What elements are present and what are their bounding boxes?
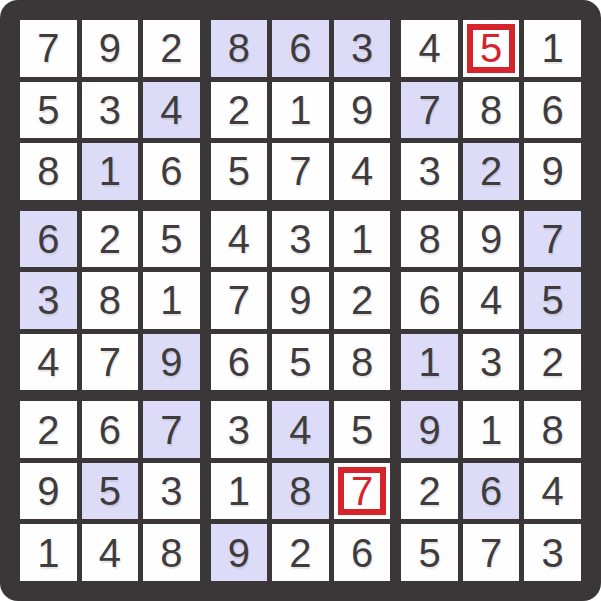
cell-r3c1[interactable]: 8 xyxy=(20,143,77,200)
cell-r6c9[interactable]: 2 xyxy=(524,334,581,391)
sudoku-grid: 7928634515342197868165743296254318973817… xyxy=(20,20,581,581)
cell-r1c8[interactable]: 5 xyxy=(463,20,520,77)
cell-r3c5[interactable]: 7 xyxy=(272,143,329,200)
cell-r6c3[interactable]: 9 xyxy=(143,334,200,391)
cell-r7c8[interactable]: 1 xyxy=(463,401,520,458)
cell-r3c4[interactable]: 5 xyxy=(211,143,268,200)
cell-r2c1[interactable]: 5 xyxy=(20,82,77,139)
cell-r4c1[interactable]: 6 xyxy=(20,211,77,268)
cell-r5c1[interactable]: 3 xyxy=(20,272,77,329)
cell-r1c7[interactable]: 4 xyxy=(401,20,458,77)
cell-r7c3[interactable]: 7 xyxy=(143,401,200,458)
cell-r8c4[interactable]: 1 xyxy=(211,463,268,520)
cell-r9c7[interactable]: 5 xyxy=(401,524,458,581)
cell-r6c6[interactable]: 8 xyxy=(334,334,391,391)
cell-r5c7[interactable]: 6 xyxy=(401,272,458,329)
cell-r8c8[interactable]: 6 xyxy=(463,463,520,520)
cell-r7c2[interactable]: 6 xyxy=(82,401,139,458)
cell-r7c1[interactable]: 2 xyxy=(20,401,77,458)
cell-r9c1[interactable]: 1 xyxy=(20,524,77,581)
cell-r4c5[interactable]: 3 xyxy=(272,211,329,268)
cell-r5c3[interactable]: 1 xyxy=(143,272,200,329)
cell-r7c6[interactable]: 5 xyxy=(334,401,391,458)
cell-r2c2[interactable]: 3 xyxy=(82,82,139,139)
cell-r9c6[interactable]: 6 xyxy=(334,524,391,581)
cell-r8c5[interactable]: 8 xyxy=(272,463,329,520)
cell-r1c5[interactable]: 6 xyxy=(272,20,329,77)
cell-r7c9[interactable]: 8 xyxy=(524,401,581,458)
cell-r4c8[interactable]: 9 xyxy=(463,211,520,268)
cell-r8c7[interactable]: 2 xyxy=(401,463,458,520)
cell-r1c1[interactable]: 7 xyxy=(20,20,77,77)
cell-r5c2[interactable]: 8 xyxy=(82,272,139,329)
cell-r4c3[interactable]: 5 xyxy=(143,211,200,268)
cell-r6c1[interactable]: 4 xyxy=(20,334,77,391)
cell-r1c6[interactable]: 3 xyxy=(334,20,391,77)
cell-r2c9[interactable]: 6 xyxy=(524,82,581,139)
cell-r4c4[interactable]: 4 xyxy=(211,211,268,268)
cell-r8c6[interactable]: 7 xyxy=(334,463,391,520)
cell-r4c9[interactable]: 7 xyxy=(524,211,581,268)
cell-r1c4[interactable]: 8 xyxy=(211,20,268,77)
cell-r2c7[interactable]: 7 xyxy=(401,82,458,139)
cell-r8c3[interactable]: 3 xyxy=(143,463,200,520)
cell-r4c7[interactable]: 8 xyxy=(401,211,458,268)
cell-r6c7[interactable]: 1 xyxy=(401,334,458,391)
cell-r9c3[interactable]: 8 xyxy=(143,524,200,581)
cell-r3c9[interactable]: 9 xyxy=(524,143,581,200)
cell-r5c8[interactable]: 4 xyxy=(463,272,520,329)
cell-r8c9[interactable]: 4 xyxy=(524,463,581,520)
cell-r3c6[interactable]: 4 xyxy=(334,143,391,200)
cell-r3c2[interactable]: 1 xyxy=(82,143,139,200)
cell-r7c4[interactable]: 3 xyxy=(211,401,268,458)
cell-r4c2[interactable]: 2 xyxy=(82,211,139,268)
cell-r8c2[interactable]: 5 xyxy=(82,463,139,520)
cell-r4c6[interactable]: 1 xyxy=(334,211,391,268)
cell-r9c5[interactable]: 2 xyxy=(272,524,329,581)
cell-r1c2[interactable]: 9 xyxy=(82,20,139,77)
cell-r6c4[interactable]: 6 xyxy=(211,334,268,391)
cell-r3c8[interactable]: 2 xyxy=(463,143,520,200)
cell-r9c2[interactable]: 4 xyxy=(82,524,139,581)
sudoku-board-frame: 7928634515342197868165743296254318973817… xyxy=(0,0,601,601)
cell-r2c8[interactable]: 8 xyxy=(463,82,520,139)
cell-r6c2[interactable]: 7 xyxy=(82,334,139,391)
cell-r2c5[interactable]: 1 xyxy=(272,82,329,139)
cell-r5c4[interactable]: 7 xyxy=(211,272,268,329)
cell-r5c6[interactable]: 2 xyxy=(334,272,391,329)
cell-r1c3[interactable]: 2 xyxy=(143,20,200,77)
cell-r7c7[interactable]: 9 xyxy=(401,401,458,458)
cell-r6c5[interactable]: 5 xyxy=(272,334,329,391)
cell-r6c8[interactable]: 3 xyxy=(463,334,520,391)
cell-r9c9[interactable]: 3 xyxy=(524,524,581,581)
cell-r8c1[interactable]: 9 xyxy=(20,463,77,520)
cell-r7c5[interactable]: 4 xyxy=(272,401,329,458)
cell-r9c8[interactable]: 7 xyxy=(463,524,520,581)
cell-r3c3[interactable]: 6 xyxy=(143,143,200,200)
cell-r2c4[interactable]: 2 xyxy=(211,82,268,139)
cell-r3c7[interactable]: 3 xyxy=(401,143,458,200)
cell-r1c9[interactable]: 1 xyxy=(524,20,581,77)
cell-r2c6[interactable]: 9 xyxy=(334,82,391,139)
cell-r5c5[interactable]: 9 xyxy=(272,272,329,329)
cell-r5c9[interactable]: 5 xyxy=(524,272,581,329)
cell-r2c3[interactable]: 4 xyxy=(143,82,200,139)
cell-r9c4[interactable]: 9 xyxy=(211,524,268,581)
